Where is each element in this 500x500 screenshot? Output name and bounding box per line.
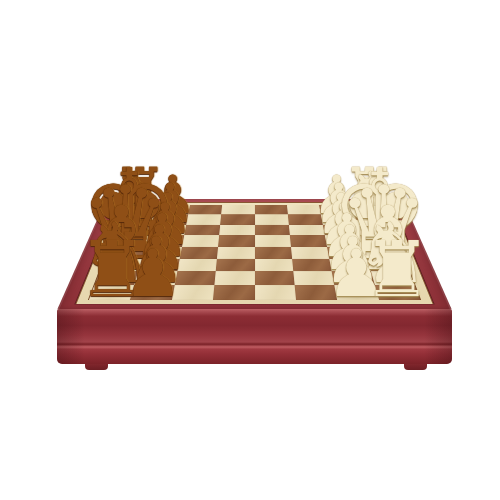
square-h7 [155,205,190,215]
square-d8 [105,247,146,259]
square-b1 [371,271,415,285]
square-g1 [354,215,391,225]
square-d3 [291,247,330,259]
square-h3 [287,205,321,215]
square-a7 [130,285,174,300]
square-b5 [214,271,254,285]
square-e3 [290,235,327,246]
square-c2 [329,259,370,272]
square-g5 [220,215,254,225]
square-b7 [134,271,177,285]
square-f2 [323,225,360,236]
square-f4 [255,225,290,236]
square-c3 [292,259,332,272]
square-e8 [109,235,149,246]
square-d7 [142,247,182,259]
square-e1 [360,235,400,246]
square-f5 [219,225,254,236]
square-g7 [152,215,188,225]
square-b4 [255,271,295,285]
product-photo: ♜♞♝♛♚♝♞♜♟♟♟♟♟♟♟♟♟♟♟♟♟♟♟♟♜♞♝♛♚♝♞♜ [0,0,500,500]
square-c6 [177,259,217,272]
square-h1 [352,205,388,215]
square-a5 [213,285,254,300]
square-b6 [174,271,215,285]
square-a8 [89,285,135,300]
square-d2 [327,247,367,259]
square-e4 [255,235,291,246]
square-e7 [146,235,184,246]
square-a1 [375,285,421,300]
square-h2 [319,205,354,215]
board-border-band [75,202,433,304]
square-a3 [295,285,338,300]
square-d4 [255,247,292,259]
square-h6 [188,205,222,215]
square-h4 [255,205,288,215]
square-d5 [217,247,254,259]
square-g2 [321,215,357,225]
square-d1 [363,247,404,259]
square-a4 [255,285,296,300]
square-c7 [138,259,179,272]
square-b3 [293,271,334,285]
square-f6 [184,225,220,236]
box-front-face [57,309,452,364]
square-f1 [357,225,395,236]
square-h5 [221,205,254,215]
square-e5 [218,235,254,246]
square-h8 [121,205,157,215]
square-e2 [325,235,363,246]
square-c1 [367,259,409,272]
square-a2 [335,285,379,300]
square-g3 [288,215,323,225]
board-top [57,199,452,310]
square-a6 [172,285,215,300]
square-g8 [118,215,155,225]
square-c8 [100,259,142,272]
square-d6 [180,247,219,259]
square-f3 [289,225,325,236]
square-b8 [94,271,138,285]
square-f7 [149,225,186,236]
square-g6 [186,215,221,225]
square-c5 [216,259,255,272]
square-b2 [332,271,375,285]
square-e6 [182,235,219,246]
square-f8 [114,225,152,236]
square-g4 [255,215,289,225]
square-c4 [255,259,294,272]
checkerboard [89,205,420,300]
